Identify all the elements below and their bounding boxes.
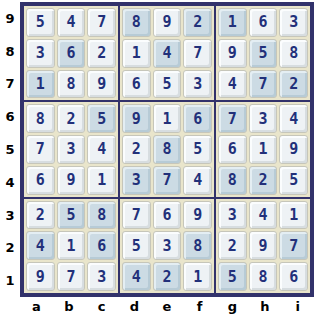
cell-b4[interactable]: 9 bbox=[57, 166, 86, 195]
cell-a7[interactable]: 1 bbox=[26, 70, 55, 99]
cell-g4[interactable]: 8 bbox=[218, 166, 247, 195]
cell-c9[interactable]: 7 bbox=[87, 8, 116, 37]
cell-g5[interactable]: 6 bbox=[218, 135, 247, 164]
cell-i5[interactable]: 9 bbox=[279, 135, 308, 164]
row-label-5: 5 bbox=[0, 133, 20, 166]
box-3-2: 769538421 bbox=[119, 198, 215, 294]
cell-d6[interactable]: 9 bbox=[122, 104, 151, 133]
box-3-1: 258416973 bbox=[23, 198, 119, 294]
cell-i2[interactable]: 7 bbox=[279, 231, 308, 260]
cell-a9[interactable]: 5 bbox=[26, 8, 55, 37]
cell-a8[interactable]: 3 bbox=[26, 39, 55, 68]
cell-e3[interactable]: 6 bbox=[153, 201, 182, 230]
cell-i1[interactable]: 6 bbox=[279, 262, 308, 291]
cell-d8[interactable]: 1 bbox=[122, 39, 151, 68]
cell-g9[interactable]: 1 bbox=[218, 8, 247, 37]
cell-i9[interactable]: 3 bbox=[279, 8, 308, 37]
cell-i8[interactable]: 8 bbox=[279, 39, 308, 68]
cell-e2[interactable]: 3 bbox=[153, 231, 182, 260]
col-label-a: a bbox=[20, 297, 53, 319]
cell-a5[interactable]: 7 bbox=[26, 135, 55, 164]
box-1-2: 892147653 bbox=[119, 5, 215, 101]
cell-f4[interactable]: 4 bbox=[183, 166, 212, 195]
cell-h3[interactable]: 4 bbox=[249, 201, 278, 230]
row-label-6: 6 bbox=[0, 100, 20, 133]
col-label-h: h bbox=[249, 297, 282, 319]
cell-d9[interactable]: 8 bbox=[122, 8, 151, 37]
cell-f5[interactable]: 5 bbox=[183, 135, 212, 164]
cell-c1[interactable]: 3 bbox=[87, 262, 116, 291]
cell-d7[interactable]: 6 bbox=[122, 70, 151, 99]
cell-g1[interactable]: 5 bbox=[218, 262, 247, 291]
cell-h4[interactable]: 2 bbox=[249, 166, 278, 195]
cell-i6[interactable]: 4 bbox=[279, 104, 308, 133]
box-1-1: 547362189 bbox=[23, 5, 119, 101]
cell-f7[interactable]: 3 bbox=[183, 70, 212, 99]
cell-f2[interactable]: 8 bbox=[183, 231, 212, 260]
cell-g2[interactable]: 2 bbox=[218, 231, 247, 260]
col-label-f: f bbox=[183, 297, 216, 319]
cell-b1[interactable]: 7 bbox=[57, 262, 86, 291]
cell-f9[interactable]: 2 bbox=[183, 8, 212, 37]
cell-f8[interactable]: 7 bbox=[183, 39, 212, 68]
cell-a3[interactable]: 2 bbox=[26, 201, 55, 230]
cell-e7[interactable]: 5 bbox=[153, 70, 182, 99]
cell-b7[interactable]: 8 bbox=[57, 70, 86, 99]
cell-f3[interactable]: 9 bbox=[183, 201, 212, 230]
cell-g8[interactable]: 9 bbox=[218, 39, 247, 68]
col-label-c: c bbox=[85, 297, 118, 319]
cell-g3[interactable]: 3 bbox=[218, 201, 247, 230]
row-label-7: 7 bbox=[0, 68, 20, 101]
cell-e5[interactable]: 8 bbox=[153, 135, 182, 164]
cell-c5[interactable]: 4 bbox=[87, 135, 116, 164]
cell-c3[interactable]: 8 bbox=[87, 201, 116, 230]
cell-e4[interactable]: 7 bbox=[153, 166, 182, 195]
col-label-b: b bbox=[53, 297, 86, 319]
cell-e6[interactable]: 1 bbox=[153, 104, 182, 133]
cell-b8[interactable]: 6 bbox=[57, 39, 86, 68]
cell-h5[interactable]: 1 bbox=[249, 135, 278, 164]
row-labels: 987654321 bbox=[0, 2, 20, 297]
cell-d4[interactable]: 3 bbox=[122, 166, 151, 195]
cell-c2[interactable]: 6 bbox=[87, 231, 116, 260]
cell-h7[interactable]: 7 bbox=[249, 70, 278, 99]
cell-d1[interactable]: 4 bbox=[122, 262, 151, 291]
cell-i7[interactable]: 2 bbox=[279, 70, 308, 99]
row-label-3: 3 bbox=[0, 199, 20, 232]
row-label-4: 4 bbox=[0, 166, 20, 199]
cell-e8[interactable]: 4 bbox=[153, 39, 182, 68]
sudoku-board: 5473621898921476531639584728257346919162… bbox=[20, 2, 314, 297]
col-label-g: g bbox=[216, 297, 249, 319]
box-2-3: 734619825 bbox=[215, 101, 311, 197]
cell-b5[interactable]: 3 bbox=[57, 135, 86, 164]
cell-h9[interactable]: 6 bbox=[249, 8, 278, 37]
row-label-1: 1 bbox=[0, 264, 20, 297]
cell-a1[interactable]: 9 bbox=[26, 262, 55, 291]
box-2-2: 916285374 bbox=[119, 101, 215, 197]
cell-i3[interactable]: 1 bbox=[279, 201, 308, 230]
cell-b9[interactable]: 4 bbox=[57, 8, 86, 37]
column-labels: abcdefghi bbox=[20, 297, 314, 319]
row-label-2: 2 bbox=[0, 231, 20, 264]
row-label-9: 9 bbox=[0, 2, 20, 35]
cell-h2[interactable]: 9 bbox=[249, 231, 278, 260]
cell-h1[interactable]: 8 bbox=[249, 262, 278, 291]
cell-b3[interactable]: 5 bbox=[57, 201, 86, 230]
row-label-8: 8 bbox=[0, 35, 20, 68]
cell-i4[interactable]: 5 bbox=[279, 166, 308, 195]
cell-b2[interactable]: 1 bbox=[57, 231, 86, 260]
cell-d2[interactable]: 5 bbox=[122, 231, 151, 260]
cell-g7[interactable]: 4 bbox=[218, 70, 247, 99]
cell-a2[interactable]: 4 bbox=[26, 231, 55, 260]
cell-a4[interactable]: 6 bbox=[26, 166, 55, 195]
cell-b6[interactable]: 2 bbox=[57, 104, 86, 133]
cell-a6[interactable]: 8 bbox=[26, 104, 55, 133]
col-label-d: d bbox=[118, 297, 151, 319]
cell-e9[interactable]: 9 bbox=[153, 8, 182, 37]
box-3-3: 341297586 bbox=[215, 198, 311, 294]
cell-h8[interactable]: 5 bbox=[249, 39, 278, 68]
cell-c4[interactable]: 1 bbox=[87, 166, 116, 195]
cell-c7[interactable]: 9 bbox=[87, 70, 116, 99]
col-label-e: e bbox=[151, 297, 184, 319]
cell-e1[interactable]: 2 bbox=[153, 262, 182, 291]
box-1-3: 163958472 bbox=[215, 5, 311, 101]
cell-f1[interactable]: 1 bbox=[183, 262, 212, 291]
cell-d3[interactable]: 7 bbox=[122, 201, 151, 230]
cell-f6[interactable]: 6 bbox=[183, 104, 212, 133]
cell-c8[interactable]: 2 bbox=[87, 39, 116, 68]
cell-g6[interactable]: 7 bbox=[218, 104, 247, 133]
col-label-i: i bbox=[281, 297, 314, 319]
cell-d5[interactable]: 2 bbox=[122, 135, 151, 164]
box-2-1: 825734691 bbox=[23, 101, 119, 197]
cell-h6[interactable]: 3 bbox=[249, 104, 278, 133]
cell-c6[interactable]: 5 bbox=[87, 104, 116, 133]
